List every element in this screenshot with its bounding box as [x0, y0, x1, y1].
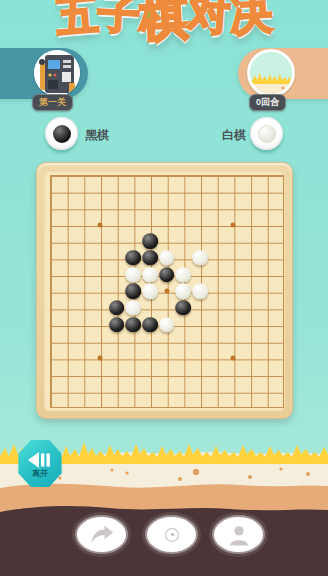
board-cell[interactable] — [108, 266, 125, 283]
white-stone-label: 白棋 — [222, 127, 246, 144]
board-cell[interactable] — [225, 250, 242, 267]
board-cell[interactable] — [225, 400, 242, 417]
board-cell[interactable] — [75, 266, 92, 283]
board-cell[interactable] — [175, 316, 192, 333]
board-cell[interactable] — [275, 350, 292, 367]
board-cell[interactable] — [142, 166, 159, 183]
share-arrow-icon — [87, 522, 117, 548]
board-cell[interactable] — [125, 216, 142, 233]
black-stone — [159, 267, 175, 283]
board-cell[interactable] — [208, 316, 225, 333]
board-cell[interactable] — [258, 316, 275, 333]
board-cell[interactable] — [208, 283, 225, 300]
board-cell[interactable] — [208, 366, 225, 383]
board-cell[interactable] — [75, 300, 92, 317]
board-cell[interactable] — [242, 183, 259, 200]
board-cell[interactable] — [92, 300, 109, 317]
board-cell[interactable] — [142, 233, 159, 250]
board-cell[interactable] — [42, 300, 59, 317]
board-cell[interactable] — [175, 233, 192, 250]
board-cell[interactable] — [75, 383, 92, 400]
board-cell[interactable] — [158, 316, 175, 333]
white-stone — [142, 283, 158, 299]
board-cell[interactable] — [225, 183, 242, 200]
circle-dot-icon — [158, 521, 186, 549]
board-cell[interactable] — [142, 333, 159, 350]
board-cell[interactable] — [142, 250, 159, 267]
board-cell[interactable] — [192, 250, 209, 267]
board-cell[interactable] — [75, 183, 92, 200]
board-cell[interactable] — [108, 350, 125, 367]
board-cell[interactable] — [142, 400, 159, 417]
board-cell[interactable] — [42, 366, 59, 383]
board-cell[interactable] — [242, 250, 259, 267]
board-cell[interactable] — [208, 250, 225, 267]
board-cell[interactable] — [108, 166, 125, 183]
board-cell[interactable] — [225, 316, 242, 333]
board-cell[interactable] — [92, 400, 109, 417]
board-cell[interactable] — [108, 233, 125, 250]
black-stone — [126, 283, 142, 299]
user-icon — [225, 522, 253, 548]
board-cell[interactable] — [225, 350, 242, 367]
board-cell[interactable] — [92, 266, 109, 283]
board-cell[interactable] — [142, 383, 159, 400]
board-cell[interactable] — [192, 400, 209, 417]
board-cell[interactable] — [175, 200, 192, 217]
board-cell[interactable] — [58, 183, 75, 200]
star-point — [164, 289, 169, 294]
board-cell[interactable] — [75, 350, 92, 367]
board-cell[interactable] — [75, 233, 92, 250]
board-cell[interactable] — [258, 266, 275, 283]
board-cell[interactable] — [92, 166, 109, 183]
board-cell[interactable] — [125, 333, 142, 350]
board-cell[interactable] — [58, 283, 75, 300]
board-cell[interactable] — [42, 383, 59, 400]
board-cell[interactable] — [175, 350, 192, 367]
board-cell[interactable] — [108, 366, 125, 383]
board-cell[interactable] — [92, 216, 109, 233]
board-cell[interactable] — [275, 266, 292, 283]
board-cell[interactable] — [75, 250, 92, 267]
board-cell[interactable] — [158, 250, 175, 267]
board-cell[interactable] — [142, 183, 159, 200]
board-cell[interactable] — [42, 250, 59, 267]
board-cell[interactable] — [175, 183, 192, 200]
board-cell[interactable] — [258, 366, 275, 383]
white-stone-icon — [258, 125, 276, 143]
white-stone — [176, 267, 192, 283]
gomoku-board[interactable] — [36, 162, 293, 419]
board-cell[interactable] — [192, 266, 209, 283]
board-cell[interactable] — [58, 216, 75, 233]
board-cell[interactable] — [192, 233, 209, 250]
board-cell[interactable] — [158, 383, 175, 400]
board-cell[interactable] — [142, 366, 159, 383]
board-cell[interactable] — [92, 366, 109, 383]
board-cell[interactable] — [225, 366, 242, 383]
board-cell[interactable] — [125, 350, 142, 367]
board-cell[interactable] — [92, 333, 109, 350]
black-stone — [142, 233, 158, 249]
profile-button[interactable] — [212, 515, 265, 554]
board-cell[interactable] — [208, 266, 225, 283]
board-cell[interactable] — [208, 216, 225, 233]
robot-avatar-icon — [34, 50, 80, 96]
board-cell[interactable] — [58, 350, 75, 367]
title-char: 决 — [228, 0, 274, 44]
board-cell[interactable] — [242, 316, 259, 333]
board-cell[interactable] — [158, 266, 175, 283]
board-cell[interactable] — [208, 233, 225, 250]
board-cell[interactable] — [125, 266, 142, 283]
board-cell[interactable] — [58, 200, 75, 217]
board-cell[interactable] — [42, 233, 59, 250]
white-stone — [159, 250, 175, 266]
board-cell[interactable] — [142, 266, 159, 283]
board-cell[interactable] — [242, 283, 259, 300]
board-cell[interactable] — [275, 166, 292, 183]
board-cell[interactable] — [58, 316, 75, 333]
board-cell[interactable] — [92, 383, 109, 400]
board-cell[interactable] — [175, 166, 192, 183]
board-cell[interactable] — [92, 183, 109, 200]
board-cell[interactable] — [208, 183, 225, 200]
board-cell[interactable] — [125, 366, 142, 383]
beach-scene-avatar — [247, 49, 295, 97]
board-cell[interactable] — [275, 216, 292, 233]
board-cell[interactable] — [208, 350, 225, 367]
black-stone — [142, 317, 158, 333]
board-cell[interactable] — [158, 200, 175, 217]
black-stone — [109, 300, 125, 316]
board-cell[interactable] — [92, 316, 109, 333]
board-cell[interactable] — [58, 400, 75, 417]
board-cell[interactable] — [125, 400, 142, 417]
board-cell[interactable] — [92, 350, 109, 367]
board-cell[interactable] — [275, 250, 292, 267]
board-cell[interactable] — [108, 383, 125, 400]
board-cell[interactable] — [242, 233, 259, 250]
board-cell[interactable] — [42, 266, 59, 283]
board-cell[interactable] — [225, 200, 242, 217]
board-cell[interactable] — [242, 383, 259, 400]
board-cell[interactable] — [225, 383, 242, 400]
board-cell[interactable] — [192, 300, 209, 317]
board-cell[interactable] — [175, 400, 192, 417]
board-cell[interactable] — [42, 316, 59, 333]
robot-avatar — [34, 50, 80, 96]
board-cell[interactable] — [75, 366, 92, 383]
board-cell[interactable] — [175, 333, 192, 350]
board-cell[interactable] — [242, 216, 259, 233]
board-cell[interactable] — [158, 300, 175, 317]
board-cell[interactable] — [125, 166, 142, 183]
board-cell[interactable] — [242, 166, 259, 183]
board-cell[interactable] — [275, 300, 292, 317]
white-stone — [126, 300, 142, 316]
black-stone-label: 黑棋 — [85, 127, 109, 144]
board-cell[interactable] — [225, 283, 242, 300]
board-cell[interactable] — [225, 300, 242, 317]
black-stone — [109, 317, 125, 333]
board-cell[interactable] — [192, 383, 209, 400]
board-cell[interactable] — [142, 283, 159, 300]
board-cell[interactable] — [258, 350, 275, 367]
board-cell[interactable] — [275, 200, 292, 217]
board-cell[interactable] — [208, 200, 225, 217]
board-cell[interactable] — [42, 183, 59, 200]
board-cell[interactable] — [225, 216, 242, 233]
back-arrow-icon — [28, 451, 52, 469]
board-cell[interactable] — [75, 200, 92, 217]
board-cell[interactable] — [242, 350, 259, 367]
board-cell[interactable] — [275, 233, 292, 250]
board-cell[interactable] — [175, 383, 192, 400]
board-cell[interactable] — [258, 400, 275, 417]
white-stone — [192, 283, 208, 299]
title-char: 子 — [97, 0, 142, 43]
level-badge: 第一关 — [32, 94, 73, 111]
exit-button-label: 离开 — [32, 468, 48, 479]
board-cell[interactable] — [192, 166, 209, 183]
board-cell[interactable] — [58, 300, 75, 317]
board-cell[interactable] — [158, 366, 175, 383]
board-cell[interactable] — [258, 183, 275, 200]
board-cell[interactable] — [108, 300, 125, 317]
board-cell[interactable] — [58, 250, 75, 267]
board-cell[interactable] — [42, 166, 59, 183]
board-cell[interactable] — [242, 400, 259, 417]
board-cell[interactable] — [42, 283, 59, 300]
board-cell[interactable] — [92, 233, 109, 250]
board-cell[interactable] — [58, 333, 75, 350]
board-cell[interactable] — [92, 200, 109, 217]
board-cell[interactable] — [158, 233, 175, 250]
board-cell[interactable] — [108, 333, 125, 350]
board-cell[interactable] — [42, 333, 59, 350]
board-cell[interactable] — [275, 400, 292, 417]
board-cell[interactable] — [58, 233, 75, 250]
game-title: 五子棋对决 — [0, 0, 328, 42]
black-stone-indicator — [45, 117, 78, 150]
board-cell[interactable] — [192, 216, 209, 233]
star-point — [231, 355, 236, 360]
board-cell[interactable] — [175, 216, 192, 233]
board-cell[interactable] — [242, 266, 259, 283]
title-char: 五 — [54, 0, 101, 46]
board-cell[interactable] — [92, 250, 109, 267]
rounds-badge: 0回合 — [249, 94, 286, 111]
board-cell[interactable] — [58, 166, 75, 183]
board-cell[interactable] — [192, 200, 209, 217]
board-cell[interactable] — [208, 333, 225, 350]
board-grid — [42, 166, 292, 416]
black-stone — [176, 300, 192, 316]
board-cell[interactable] — [108, 183, 125, 200]
white-stone — [176, 283, 192, 299]
board-cell[interactable] — [208, 300, 225, 317]
board-cell[interactable] — [75, 166, 92, 183]
board-cell[interactable] — [125, 383, 142, 400]
board-cell[interactable] — [125, 200, 142, 217]
white-stone — [142, 267, 158, 283]
board-cell[interactable] — [275, 316, 292, 333]
board-cell[interactable] — [258, 250, 275, 267]
board-cell[interactable] — [158, 350, 175, 367]
board-cell[interactable] — [192, 366, 209, 383]
board-cell[interactable] — [175, 250, 192, 267]
board-cell[interactable] — [42, 200, 59, 217]
board-cell[interactable] — [275, 383, 292, 400]
star-point — [231, 222, 236, 227]
board-cell[interactable] — [225, 166, 242, 183]
black-stone — [126, 317, 142, 333]
board-cell[interactable] — [192, 183, 209, 200]
board-cell[interactable] — [225, 333, 242, 350]
board-cell[interactable] — [275, 366, 292, 383]
board-cell[interactable] — [142, 300, 159, 317]
board-cell[interactable] — [125, 233, 142, 250]
board-cell[interactable] — [108, 200, 125, 217]
board-cell[interactable] — [42, 400, 59, 417]
board-cell[interactable] — [208, 400, 225, 417]
board-cell[interactable] — [242, 333, 259, 350]
board-cell[interactable] — [192, 350, 209, 367]
board-cell[interactable] — [158, 400, 175, 417]
star-point — [98, 222, 103, 227]
board-cell[interactable] — [158, 216, 175, 233]
board-cell[interactable] — [58, 383, 75, 400]
board-cell[interactable] — [92, 283, 109, 300]
board-cell[interactable] — [208, 166, 225, 183]
board-cell[interactable] — [175, 366, 192, 383]
board-cell[interactable] — [225, 266, 242, 283]
black-stone — [126, 250, 142, 266]
board-cell[interactable] — [275, 333, 292, 350]
board-cell[interactable] — [142, 316, 159, 333]
board-cell[interactable] — [175, 300, 192, 317]
board-cell[interactable] — [258, 383, 275, 400]
board-cell[interactable] — [75, 283, 92, 300]
board-cell[interactable] — [275, 183, 292, 200]
black-stone-icon — [53, 125, 71, 143]
board-cell[interactable] — [142, 350, 159, 367]
title-char: 棋 — [138, 0, 191, 52]
board-cell[interactable] — [108, 216, 125, 233]
board-cell[interactable] — [242, 366, 259, 383]
board-cell[interactable] — [258, 216, 275, 233]
circle-dot-button[interactable] — [145, 515, 198, 554]
board-cell[interactable] — [192, 283, 209, 300]
board-cell[interactable] — [142, 200, 159, 217]
board-cell[interactable] — [75, 400, 92, 417]
board-cell[interactable] — [125, 316, 142, 333]
board-cell[interactable] — [242, 300, 259, 317]
board-cell[interactable] — [242, 200, 259, 217]
board-cell[interactable] — [258, 166, 275, 183]
board-cell[interactable] — [108, 316, 125, 333]
board-cell[interactable] — [75, 216, 92, 233]
board-cell[interactable] — [192, 316, 209, 333]
board-cell[interactable] — [125, 183, 142, 200]
board-cell[interactable] — [75, 333, 92, 350]
board-cell[interactable] — [275, 283, 292, 300]
white-stone — [126, 267, 142, 283]
board-cell[interactable] — [125, 250, 142, 267]
board-cell[interactable] — [192, 333, 209, 350]
black-stone — [142, 250, 158, 266]
board-cell[interactable] — [158, 166, 175, 183]
board-cell[interactable] — [108, 250, 125, 267]
board-cell[interactable] — [42, 216, 59, 233]
board-cell[interactable] — [258, 200, 275, 217]
game-screen: 五子棋对决 第一关 0回合 黑棋 白棋 — [0, 0, 328, 576]
board-cell[interactable] — [225, 233, 242, 250]
white-stone — [192, 250, 208, 266]
board-cell[interactable] — [42, 350, 59, 367]
white-stone-indicator — [250, 117, 283, 150]
board-cell[interactable] — [58, 366, 75, 383]
board-cell[interactable] — [175, 266, 192, 283]
board-cell[interactable] — [108, 400, 125, 417]
star-point — [98, 355, 103, 360]
board-cell[interactable] — [208, 383, 225, 400]
board-cell[interactable] — [158, 183, 175, 200]
board-cell[interactable] — [258, 300, 275, 317]
title-char: 对 — [186, 0, 232, 43]
white-stone — [159, 317, 175, 333]
board-cell[interactable] — [125, 300, 142, 317]
board-cell[interactable] — [75, 316, 92, 333]
board-cell[interactable] — [158, 333, 175, 350]
board-cell[interactable] — [258, 283, 275, 300]
board-cell[interactable] — [258, 333, 275, 350]
board-cell[interactable] — [58, 266, 75, 283]
share-button[interactable] — [75, 515, 128, 554]
beach-scene-icon — [250, 52, 292, 94]
board-cell[interactable] — [258, 233, 275, 250]
board-cell[interactable] — [175, 283, 192, 300]
board-cell[interactable] — [125, 283, 142, 300]
board-cell[interactable] — [142, 216, 159, 233]
board-cell[interactable] — [108, 283, 125, 300]
board-cell[interactable] — [158, 283, 175, 300]
